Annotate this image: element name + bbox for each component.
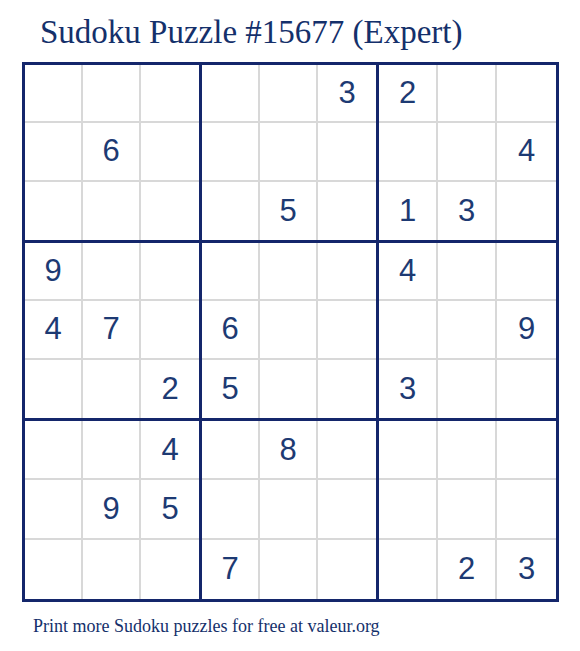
box-2-3: 493 [379, 243, 556, 421]
cell-r4c4 [202, 243, 260, 301]
cell-r4c1: 9 [25, 243, 83, 301]
cell-r7c1 [25, 421, 83, 480]
cell-r2c8 [438, 123, 497, 181]
box-2-1: 9472 [25, 243, 202, 421]
cell-r7c8 [438, 421, 497, 480]
cell-r6c3: 2 [141, 360, 199, 418]
cell-r5c5 [260, 301, 318, 359]
cell-r9c5 [260, 540, 318, 599]
cell-r8c6 [318, 480, 376, 539]
cell-r1c6: 3 [318, 65, 376, 123]
cell-r5c1: 4 [25, 301, 83, 359]
cell-r9c3 [141, 540, 199, 599]
cell-r5c3 [141, 301, 199, 359]
cell-r2c5 [260, 123, 318, 181]
cell-r4c8 [438, 243, 497, 301]
box-3-2: 87 [202, 421, 379, 599]
cell-r5c4: 6 [202, 301, 260, 359]
cell-r2c2: 6 [83, 123, 141, 181]
cell-r7c9 [497, 421, 556, 480]
cell-r1c5 [260, 65, 318, 123]
cell-r3c2 [83, 182, 141, 240]
cell-r3c7: 1 [379, 182, 438, 240]
cell-r2c4 [202, 123, 260, 181]
cell-r6c8 [438, 360, 497, 418]
cell-r5c9: 9 [497, 301, 556, 359]
cell-r5c6 [318, 301, 376, 359]
cell-r6c5 [260, 360, 318, 418]
cell-r1c7: 2 [379, 65, 438, 123]
cell-r1c8 [438, 65, 497, 123]
cell-r9c9: 3 [497, 540, 556, 599]
sudoku-board: 63524139472654934958723 [22, 62, 559, 602]
cell-r3c9 [497, 182, 556, 240]
cell-r8c1 [25, 480, 83, 539]
cell-r2c6 [318, 123, 376, 181]
cell-r1c2 [83, 65, 141, 123]
cell-r8c5 [260, 480, 318, 539]
cell-r2c3 [141, 123, 199, 181]
cell-r6c9 [497, 360, 556, 418]
cell-r9c7 [379, 540, 438, 599]
box-1-1: 6 [25, 65, 202, 243]
footer-text: Print more Sudoku puzzles for free at va… [33, 614, 380, 638]
cell-r8c3: 5 [141, 480, 199, 539]
cell-r5c8 [438, 301, 497, 359]
cell-r4c2 [83, 243, 141, 301]
cell-r4c5 [260, 243, 318, 301]
cell-r7c4 [202, 421, 260, 480]
box-1-3: 2413 [379, 65, 556, 243]
box-3-1: 495 [25, 421, 202, 599]
cell-r9c6 [318, 540, 376, 599]
cell-r3c6 [318, 182, 376, 240]
cell-r2c1 [25, 123, 83, 181]
cell-r7c5: 8 [260, 421, 318, 480]
cell-r6c1 [25, 360, 83, 418]
cell-r8c8 [438, 480, 497, 539]
box-1-2: 35 [202, 65, 379, 243]
cell-r9c4: 7 [202, 540, 260, 599]
cell-r8c7 [379, 480, 438, 539]
cell-r3c1 [25, 182, 83, 240]
page-title: Sudoku Puzzle #15677 (Expert) [40, 12, 463, 52]
cell-r8c9 [497, 480, 556, 539]
cell-r6c6 [318, 360, 376, 418]
cell-r3c4 [202, 182, 260, 240]
cell-r4c6 [318, 243, 376, 301]
cell-r1c9 [497, 65, 556, 123]
cell-r7c2 [83, 421, 141, 480]
cell-r6c7: 3 [379, 360, 438, 418]
cell-r9c2 [83, 540, 141, 599]
cell-r7c7 [379, 421, 438, 480]
cell-r4c3 [141, 243, 199, 301]
cell-r2c9: 4 [497, 123, 556, 181]
cell-r1c3 [141, 65, 199, 123]
cell-r6c2 [83, 360, 141, 418]
cell-r4c9 [497, 243, 556, 301]
box-2-2: 65 [202, 243, 379, 421]
cell-r8c4 [202, 480, 260, 539]
box-3-3: 23 [379, 421, 556, 599]
cell-r5c7 [379, 301, 438, 359]
cell-r6c4: 5 [202, 360, 260, 418]
cell-r9c8: 2 [438, 540, 497, 599]
cell-r3c5: 5 [260, 182, 318, 240]
cell-r7c6 [318, 421, 376, 480]
cell-r7c3: 4 [141, 421, 199, 480]
cell-r2c7 [379, 123, 438, 181]
cell-r1c4 [202, 65, 260, 123]
cell-r9c1 [25, 540, 83, 599]
cell-r8c2: 9 [83, 480, 141, 539]
cell-r5c2: 7 [83, 301, 141, 359]
cell-r4c7: 4 [379, 243, 438, 301]
cell-r3c3 [141, 182, 199, 240]
cell-r1c1 [25, 65, 83, 123]
cell-r3c8: 3 [438, 182, 497, 240]
